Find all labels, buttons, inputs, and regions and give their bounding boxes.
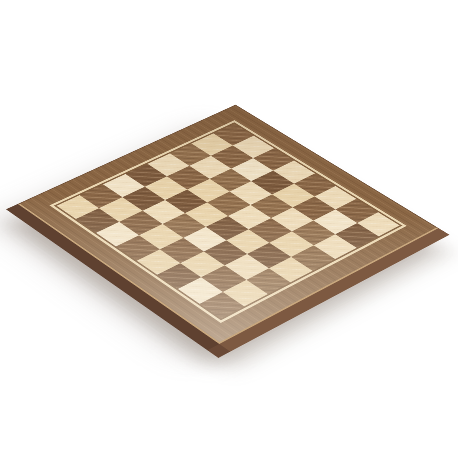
chess-board [18,105,439,344]
board-frame [18,105,439,344]
board-grid [57,124,400,319]
scene [0,0,458,458]
maple-inlay-line [50,120,407,323]
